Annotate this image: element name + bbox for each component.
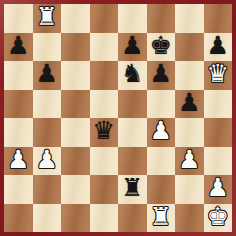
square-h7[interactable]: ♟ bbox=[204, 33, 233, 62]
square-f6[interactable]: ♟ bbox=[147, 61, 176, 90]
square-e8[interactable] bbox=[118, 4, 147, 33]
square-c3[interactable] bbox=[61, 147, 90, 176]
square-b2[interactable] bbox=[33, 175, 62, 204]
piece-white-pawn-b3[interactable]: ♟ bbox=[36, 146, 58, 175]
square-a1[interactable] bbox=[4, 204, 33, 233]
square-d2[interactable] bbox=[90, 175, 119, 204]
square-f4[interactable]: ♟ bbox=[147, 118, 176, 147]
square-b1[interactable] bbox=[33, 204, 62, 233]
square-a3[interactable]: ♟ bbox=[4, 147, 33, 176]
square-e1[interactable] bbox=[118, 204, 147, 233]
square-h1[interactable]: ♚ bbox=[204, 204, 233, 233]
piece-white-pawn-f4[interactable]: ♟ bbox=[150, 117, 172, 146]
square-d7[interactable] bbox=[90, 33, 119, 62]
square-b6[interactable]: ♟ bbox=[33, 61, 62, 90]
piece-white-rook-f1[interactable]: ♜ bbox=[150, 203, 172, 232]
square-d5[interactable] bbox=[90, 90, 119, 119]
square-e5[interactable] bbox=[118, 90, 147, 119]
piece-black-pawn-b6[interactable]: ♟ bbox=[36, 60, 58, 89]
square-g5[interactable]: ♟ bbox=[175, 90, 204, 119]
board-frame: ♜♟♟♚♟♟♞♟♛♟♛♟♟♟♟♜♟♜♚ bbox=[0, 0, 236, 236]
square-b3[interactable]: ♟ bbox=[33, 147, 62, 176]
piece-black-queen-d4[interactable]: ♛ bbox=[93, 117, 115, 146]
square-d1[interactable] bbox=[90, 204, 119, 233]
piece-black-pawn-f6[interactable]: ♟ bbox=[150, 60, 172, 89]
piece-white-king-h1[interactable]: ♚ bbox=[207, 203, 229, 232]
square-c5[interactable] bbox=[61, 90, 90, 119]
square-g3[interactable]: ♟ bbox=[175, 147, 204, 176]
square-f7[interactable]: ♚ bbox=[147, 33, 176, 62]
square-h6[interactable]: ♛ bbox=[204, 61, 233, 90]
square-b8[interactable]: ♜ bbox=[33, 4, 62, 33]
chess-board[interactable]: ♜♟♟♚♟♟♞♟♛♟♛♟♟♟♟♜♟♜♚ bbox=[4, 4, 232, 232]
square-c7[interactable] bbox=[61, 33, 90, 62]
piece-white-pawn-h2[interactable]: ♟ bbox=[207, 174, 229, 203]
square-e7[interactable]: ♟ bbox=[118, 33, 147, 62]
square-a5[interactable] bbox=[4, 90, 33, 119]
square-e6[interactable]: ♞ bbox=[118, 61, 147, 90]
square-g2[interactable] bbox=[175, 175, 204, 204]
square-f8[interactable] bbox=[147, 4, 176, 33]
square-g1[interactable] bbox=[175, 204, 204, 233]
square-e2[interactable]: ♜ bbox=[118, 175, 147, 204]
piece-white-queen-h6[interactable]: ♛ bbox=[207, 60, 229, 89]
square-c8[interactable] bbox=[61, 4, 90, 33]
square-d6[interactable] bbox=[90, 61, 119, 90]
square-g6[interactable] bbox=[175, 61, 204, 90]
square-f5[interactable] bbox=[147, 90, 176, 119]
square-a7[interactable]: ♟ bbox=[4, 33, 33, 62]
piece-black-pawn-e7[interactable]: ♟ bbox=[121, 32, 143, 61]
square-a4[interactable] bbox=[4, 118, 33, 147]
square-a2[interactable] bbox=[4, 175, 33, 204]
square-c1[interactable] bbox=[61, 204, 90, 233]
square-e3[interactable] bbox=[118, 147, 147, 176]
square-g7[interactable] bbox=[175, 33, 204, 62]
piece-black-pawn-h7[interactable]: ♟ bbox=[207, 32, 229, 61]
square-d8[interactable] bbox=[90, 4, 119, 33]
square-e4[interactable] bbox=[118, 118, 147, 147]
piece-white-pawn-g3[interactable]: ♟ bbox=[178, 146, 200, 175]
piece-black-pawn-a7[interactable]: ♟ bbox=[7, 32, 29, 61]
piece-black-king-f7[interactable]: ♚ bbox=[150, 32, 172, 61]
square-d4[interactable]: ♛ bbox=[90, 118, 119, 147]
square-d3[interactable] bbox=[90, 147, 119, 176]
square-a6[interactable] bbox=[4, 61, 33, 90]
square-h5[interactable] bbox=[204, 90, 233, 119]
square-b4[interactable] bbox=[33, 118, 62, 147]
square-h2[interactable]: ♟ bbox=[204, 175, 233, 204]
piece-black-rook-e2[interactable]: ♜ bbox=[121, 174, 143, 203]
square-f2[interactable] bbox=[147, 175, 176, 204]
square-b5[interactable] bbox=[33, 90, 62, 119]
square-h3[interactable] bbox=[204, 147, 233, 176]
piece-white-rook-b8[interactable]: ♜ bbox=[36, 3, 58, 32]
square-a8[interactable] bbox=[4, 4, 33, 33]
piece-black-pawn-g5[interactable]: ♟ bbox=[178, 89, 200, 118]
square-c4[interactable] bbox=[61, 118, 90, 147]
square-f3[interactable] bbox=[147, 147, 176, 176]
square-h8[interactable] bbox=[204, 4, 233, 33]
square-g8[interactable] bbox=[175, 4, 204, 33]
square-c2[interactable] bbox=[61, 175, 90, 204]
square-c6[interactable] bbox=[61, 61, 90, 90]
square-h4[interactable] bbox=[204, 118, 233, 147]
square-b7[interactable] bbox=[33, 33, 62, 62]
square-g4[interactable] bbox=[175, 118, 204, 147]
square-f1[interactable]: ♜ bbox=[147, 204, 176, 233]
piece-white-pawn-a3[interactable]: ♟ bbox=[7, 146, 29, 175]
piece-black-knight-e6[interactable]: ♞ bbox=[121, 60, 143, 89]
